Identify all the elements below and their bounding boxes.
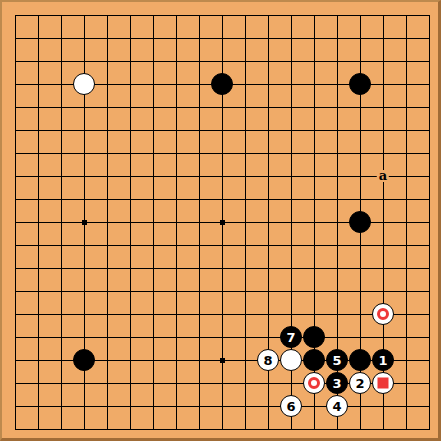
black-stone-move-1[interactable]: 1 (372, 349, 394, 371)
intersection[interactable] (119, 96, 142, 119)
intersection[interactable] (395, 280, 418, 303)
intersection[interactable] (303, 211, 326, 234)
intersection[interactable] (119, 27, 142, 50)
intersection[interactable] (165, 27, 188, 50)
intersection[interactable] (211, 372, 234, 395)
intersection[interactable] (188, 96, 211, 119)
intersection[interactable] (280, 349, 303, 372)
intersection[interactable] (303, 234, 326, 257)
intersection[interactable] (73, 418, 96, 441)
intersection[interactable] (73, 326, 96, 349)
intersection[interactable] (234, 349, 257, 372)
intersection[interactable] (257, 96, 280, 119)
intersection[interactable] (395, 395, 418, 418)
intersection[interactable] (73, 73, 96, 96)
intersection[interactable] (303, 303, 326, 326)
intersection[interactable] (142, 234, 165, 257)
intersection[interactable] (188, 165, 211, 188)
intersection[interactable]: 4 (326, 395, 349, 418)
intersection[interactable] (27, 280, 50, 303)
intersection[interactable] (4, 372, 27, 395)
white-stone-move-8[interactable]: 8 (257, 349, 279, 371)
intersection[interactable]: 7 (280, 326, 303, 349)
intersection[interactable] (119, 280, 142, 303)
intersection[interactable] (165, 188, 188, 211)
black-stone[interactable] (303, 349, 325, 371)
intersection[interactable] (142, 280, 165, 303)
white-stone-move-2[interactable]: 2 (349, 372, 371, 394)
intersection[interactable] (73, 234, 96, 257)
black-stone[interactable] (303, 326, 325, 348)
intersection[interactable] (303, 119, 326, 142)
intersection[interactable]: 5 (326, 349, 349, 372)
intersection[interactable] (257, 234, 280, 257)
white-stone[interactable] (73, 73, 95, 95)
white-stone[interactable] (303, 372, 325, 394)
intersection[interactable] (257, 372, 280, 395)
intersection[interactable] (50, 418, 73, 441)
intersection[interactable] (4, 50, 27, 73)
intersection[interactable] (303, 4, 326, 27)
intersection[interactable] (211, 27, 234, 50)
intersection[interactable] (395, 165, 418, 188)
intersection[interactable] (418, 257, 441, 280)
intersection[interactable] (395, 27, 418, 50)
intersection[interactable] (349, 73, 372, 96)
intersection[interactable]: 6 (280, 395, 303, 418)
intersection[interactable] (96, 4, 119, 27)
intersection[interactable] (372, 303, 395, 326)
black-stone[interactable] (211, 73, 233, 95)
intersection[interactable] (326, 234, 349, 257)
intersection[interactable] (418, 142, 441, 165)
intersection[interactable] (234, 395, 257, 418)
intersection[interactable] (188, 50, 211, 73)
intersection[interactable] (50, 96, 73, 119)
intersection[interactable] (372, 27, 395, 50)
intersection[interactable] (188, 257, 211, 280)
intersection[interactable] (257, 119, 280, 142)
intersection[interactable] (165, 257, 188, 280)
intersection[interactable] (142, 27, 165, 50)
intersection[interactable] (418, 4, 441, 27)
white-stone[interactable] (372, 303, 394, 325)
intersection[interactable] (142, 4, 165, 27)
intersection[interactable] (50, 395, 73, 418)
intersection[interactable] (4, 73, 27, 96)
intersection[interactable] (27, 418, 50, 441)
intersection[interactable] (188, 395, 211, 418)
intersection[interactable] (280, 27, 303, 50)
intersection[interactable] (142, 326, 165, 349)
intersection[interactable] (211, 326, 234, 349)
intersection[interactable] (349, 303, 372, 326)
intersection[interactable] (234, 303, 257, 326)
intersection[interactable] (73, 303, 96, 326)
intersection[interactable] (280, 96, 303, 119)
intersection[interactable] (73, 27, 96, 50)
intersection[interactable] (326, 303, 349, 326)
intersection[interactable] (395, 257, 418, 280)
intersection[interactable] (257, 418, 280, 441)
intersection[interactable] (4, 418, 27, 441)
intersection[interactable] (418, 73, 441, 96)
intersection[interactable] (4, 142, 27, 165)
intersection[interactable] (119, 395, 142, 418)
intersection[interactable] (188, 188, 211, 211)
intersection[interactable] (395, 211, 418, 234)
intersection[interactable] (4, 96, 27, 119)
intersection[interactable] (280, 418, 303, 441)
intersection[interactable] (303, 27, 326, 50)
intersection[interactable] (234, 96, 257, 119)
intersection[interactable] (280, 280, 303, 303)
intersection[interactable] (326, 73, 349, 96)
intersection[interactable] (372, 96, 395, 119)
intersection[interactable] (257, 257, 280, 280)
intersection[interactable] (142, 211, 165, 234)
intersection[interactable] (4, 395, 27, 418)
intersection[interactable] (257, 73, 280, 96)
intersection[interactable] (50, 303, 73, 326)
intersection[interactable] (4, 303, 27, 326)
intersection[interactable] (165, 165, 188, 188)
intersection[interactable] (119, 349, 142, 372)
intersection[interactable] (165, 395, 188, 418)
intersection[interactable] (418, 349, 441, 372)
intersection[interactable] (257, 211, 280, 234)
intersection[interactable] (349, 280, 372, 303)
intersection[interactable] (418, 165, 441, 188)
intersection[interactable] (4, 27, 27, 50)
intersection[interactable] (234, 418, 257, 441)
intersection[interactable] (50, 73, 73, 96)
intersection[interactable] (4, 326, 27, 349)
intersection[interactable] (142, 418, 165, 441)
intersection[interactable] (27, 211, 50, 234)
intersection[interactable] (96, 349, 119, 372)
intersection[interactable] (280, 188, 303, 211)
intersection[interactable] (211, 188, 234, 211)
intersection[interactable] (50, 372, 73, 395)
intersection[interactable] (234, 50, 257, 73)
intersection[interactable] (349, 234, 372, 257)
intersection[interactable] (50, 234, 73, 257)
intersection[interactable] (418, 96, 441, 119)
intersection[interactable] (280, 372, 303, 395)
intersection[interactable] (27, 257, 50, 280)
intersection[interactable] (326, 119, 349, 142)
intersection[interactable] (326, 50, 349, 73)
intersection[interactable] (27, 303, 50, 326)
intersection[interactable] (211, 349, 234, 372)
intersection[interactable] (326, 188, 349, 211)
intersection[interactable] (257, 50, 280, 73)
intersection[interactable] (326, 142, 349, 165)
intersection[interactable] (418, 395, 441, 418)
intersection[interactable] (188, 27, 211, 50)
intersection[interactable] (96, 234, 119, 257)
intersection[interactable] (27, 119, 50, 142)
intersection[interactable] (188, 326, 211, 349)
intersection[interactable] (211, 142, 234, 165)
intersection[interactable] (119, 188, 142, 211)
intersection[interactable] (234, 326, 257, 349)
intersection[interactable] (349, 211, 372, 234)
intersection[interactable] (142, 119, 165, 142)
intersection[interactable] (395, 303, 418, 326)
black-stone-move-3[interactable]: 3 (326, 372, 348, 394)
intersection[interactable] (257, 326, 280, 349)
intersection[interactable] (211, 73, 234, 96)
intersection[interactable] (257, 142, 280, 165)
intersection[interactable] (303, 188, 326, 211)
intersection[interactable] (165, 73, 188, 96)
intersection[interactable] (211, 303, 234, 326)
intersection[interactable] (234, 372, 257, 395)
intersection[interactable] (73, 142, 96, 165)
intersection[interactable] (211, 50, 234, 73)
intersection[interactable] (27, 326, 50, 349)
intersection[interactable] (165, 303, 188, 326)
intersection[interactable] (165, 280, 188, 303)
intersection[interactable] (142, 188, 165, 211)
intersection[interactable] (73, 349, 96, 372)
intersection[interactable] (119, 142, 142, 165)
intersection[interactable] (73, 395, 96, 418)
intersection[interactable] (27, 234, 50, 257)
intersection[interactable] (280, 50, 303, 73)
intersection[interactable] (4, 349, 27, 372)
intersection[interactable] (50, 142, 73, 165)
black-stone-move-5[interactable]: 5 (326, 349, 348, 371)
intersection[interactable] (50, 27, 73, 50)
intersection[interactable] (188, 280, 211, 303)
intersection[interactable] (96, 257, 119, 280)
intersection[interactable] (372, 211, 395, 234)
intersection[interactable] (73, 119, 96, 142)
intersection[interactable] (96, 119, 119, 142)
intersection[interactable] (303, 326, 326, 349)
intersection[interactable] (165, 211, 188, 234)
intersection[interactable] (188, 234, 211, 257)
intersection[interactable] (165, 418, 188, 441)
intersection[interactable]: 1 (372, 349, 395, 372)
intersection[interactable] (418, 372, 441, 395)
intersection[interactable] (349, 4, 372, 27)
intersection[interactable] (257, 303, 280, 326)
intersection[interactable] (234, 257, 257, 280)
intersection[interactable] (280, 211, 303, 234)
intersection[interactable] (280, 165, 303, 188)
intersection[interactable] (4, 211, 27, 234)
intersection[interactable] (119, 50, 142, 73)
intersection[interactable] (418, 280, 441, 303)
intersection[interactable] (4, 234, 27, 257)
intersection[interactable] (303, 372, 326, 395)
intersection[interactable] (303, 50, 326, 73)
intersection[interactable] (372, 119, 395, 142)
intersection[interactable] (326, 326, 349, 349)
intersection[interactable] (395, 418, 418, 441)
intersection[interactable] (188, 303, 211, 326)
intersection[interactable] (349, 418, 372, 441)
intersection[interactable] (50, 257, 73, 280)
intersection[interactable] (96, 188, 119, 211)
intersection[interactable] (188, 418, 211, 441)
intersection[interactable] (27, 96, 50, 119)
intersection[interactable] (73, 211, 96, 234)
intersection[interactable] (234, 142, 257, 165)
intersection[interactable] (326, 257, 349, 280)
intersection[interactable] (234, 73, 257, 96)
intersection[interactable] (418, 326, 441, 349)
intersection[interactable]: a (372, 165, 395, 188)
intersection[interactable] (303, 165, 326, 188)
intersection[interactable] (211, 395, 234, 418)
intersection[interactable] (372, 372, 395, 395)
black-stone[interactable] (349, 73, 371, 95)
intersection[interactable] (142, 349, 165, 372)
intersection[interactable] (27, 188, 50, 211)
intersection[interactable] (349, 119, 372, 142)
intersection[interactable] (418, 119, 441, 142)
intersection[interactable] (119, 326, 142, 349)
intersection[interactable] (96, 165, 119, 188)
intersection[interactable] (27, 372, 50, 395)
white-stone-move-4[interactable]: 4 (326, 395, 348, 417)
intersection[interactable] (188, 4, 211, 27)
intersection[interactable] (142, 303, 165, 326)
intersection[interactable] (50, 4, 73, 27)
intersection[interactable] (73, 4, 96, 27)
intersection[interactable] (188, 119, 211, 142)
intersection[interactable] (96, 73, 119, 96)
intersection[interactable] (418, 188, 441, 211)
intersection[interactable] (142, 96, 165, 119)
intersection[interactable] (349, 50, 372, 73)
intersection[interactable] (349, 142, 372, 165)
intersection[interactable] (234, 280, 257, 303)
intersection[interactable] (372, 188, 395, 211)
intersection[interactable] (303, 395, 326, 418)
intersection[interactable] (326, 27, 349, 50)
intersection[interactable] (303, 280, 326, 303)
intersection[interactable] (73, 165, 96, 188)
intersection[interactable] (372, 4, 395, 27)
intersection[interactable] (119, 257, 142, 280)
intersection[interactable] (119, 372, 142, 395)
intersection[interactable] (257, 395, 280, 418)
intersection[interactable] (27, 50, 50, 73)
intersection[interactable] (211, 418, 234, 441)
intersection[interactable] (211, 280, 234, 303)
intersection[interactable] (50, 188, 73, 211)
intersection[interactable] (188, 142, 211, 165)
intersection[interactable] (96, 326, 119, 349)
intersection[interactable] (280, 303, 303, 326)
intersection[interactable] (372, 280, 395, 303)
white-stone[interactable] (372, 372, 394, 394)
intersection[interactable] (211, 234, 234, 257)
intersection[interactable] (73, 372, 96, 395)
intersection[interactable] (73, 280, 96, 303)
intersection[interactable] (119, 234, 142, 257)
intersection[interactable] (165, 142, 188, 165)
intersection[interactable] (280, 119, 303, 142)
intersection[interactable] (119, 211, 142, 234)
intersection[interactable] (280, 257, 303, 280)
intersection[interactable] (303, 96, 326, 119)
intersection[interactable] (349, 188, 372, 211)
intersection[interactable] (165, 372, 188, 395)
intersection[interactable] (257, 27, 280, 50)
intersection[interactable] (280, 234, 303, 257)
intersection[interactable] (395, 119, 418, 142)
intersection[interactable] (142, 395, 165, 418)
intersection[interactable] (119, 4, 142, 27)
intersection[interactable] (234, 4, 257, 27)
intersection[interactable] (372, 142, 395, 165)
intersection[interactable] (211, 4, 234, 27)
intersection[interactable] (119, 165, 142, 188)
intersection[interactable] (349, 165, 372, 188)
intersection[interactable] (142, 50, 165, 73)
intersection[interactable] (418, 303, 441, 326)
intersection[interactable] (418, 211, 441, 234)
intersection[interactable] (27, 73, 50, 96)
intersection[interactable] (188, 211, 211, 234)
intersection[interactable] (27, 4, 50, 27)
intersection[interactable] (50, 165, 73, 188)
intersection[interactable] (349, 27, 372, 50)
intersection[interactable] (395, 188, 418, 211)
intersection[interactable] (372, 50, 395, 73)
intersection[interactable] (96, 142, 119, 165)
intersection[interactable] (211, 257, 234, 280)
intersection[interactable] (73, 257, 96, 280)
intersection[interactable] (142, 142, 165, 165)
intersection[interactable] (188, 73, 211, 96)
intersection[interactable] (372, 418, 395, 441)
intersection[interactable] (4, 188, 27, 211)
intersection[interactable] (349, 96, 372, 119)
intersection[interactable] (418, 27, 441, 50)
intersection[interactable] (326, 4, 349, 27)
white-stone-move-6[interactable]: 6 (280, 395, 302, 417)
intersection[interactable] (395, 372, 418, 395)
intersection[interactable] (372, 257, 395, 280)
intersection[interactable] (418, 234, 441, 257)
intersection[interactable] (303, 73, 326, 96)
intersection[interactable] (165, 4, 188, 27)
intersection[interactable]: 3 (326, 372, 349, 395)
intersection[interactable] (234, 188, 257, 211)
intersection[interactable] (96, 96, 119, 119)
intersection[interactable] (326, 211, 349, 234)
intersection[interactable] (96, 418, 119, 441)
intersection[interactable] (280, 142, 303, 165)
intersection[interactable] (372, 234, 395, 257)
white-stone[interactable] (280, 349, 302, 371)
intersection[interactable] (395, 96, 418, 119)
intersection[interactable] (4, 119, 27, 142)
intersection[interactable] (349, 326, 372, 349)
intersection[interactable] (372, 326, 395, 349)
intersection[interactable] (234, 234, 257, 257)
intersection[interactable] (4, 257, 27, 280)
intersection[interactable] (119, 418, 142, 441)
